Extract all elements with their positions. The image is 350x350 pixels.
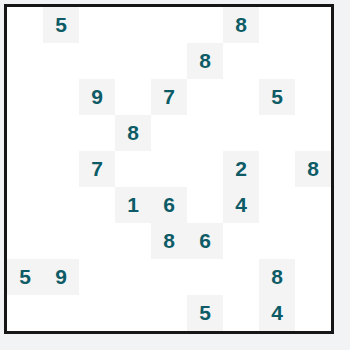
cell-r5c4[interactable]: [115, 151, 152, 188]
cell-r2c2[interactable]: [43, 43, 80, 80]
cell-r3c7[interactable]: [223, 79, 260, 118]
given-digit: 8: [199, 49, 211, 73]
cell-r3c8[interactable]: 5: [259, 79, 296, 118]
cell-r6c3[interactable]: [79, 187, 118, 226]
cell-r8c9[interactable]: [295, 259, 331, 296]
cell-r7c7[interactable]: [223, 223, 260, 260]
given-digit: 6: [163, 193, 175, 217]
cell-r5c5[interactable]: [151, 151, 188, 188]
cell-r5c9[interactable]: 8: [295, 151, 331, 188]
cell-r9c6[interactable]: 5: [187, 295, 226, 331]
given-digit: 2: [235, 157, 247, 181]
cell-r4c1[interactable]: [7, 115, 44, 152]
cell-r8c4[interactable]: [115, 259, 152, 296]
cell-r9c9[interactable]: [295, 295, 331, 331]
cell-r7c3[interactable]: [79, 223, 118, 260]
cell-r4c9[interactable]: [295, 115, 331, 152]
given-digit: 5: [271, 85, 283, 109]
cell-r4c6[interactable]: [187, 115, 226, 152]
given-digit: 9: [91, 85, 103, 109]
sudoku-page: 58897587281648659854: [0, 0, 350, 350]
cell-r1c2[interactable]: 5: [43, 7, 80, 44]
cell-r8c2[interactable]: 9: [43, 259, 80, 296]
cell-r9c2[interactable]: [43, 295, 80, 331]
cell-r3c9[interactable]: [295, 79, 331, 118]
cell-r3c5[interactable]: 7: [151, 79, 188, 118]
given-digit: 7: [163, 85, 175, 109]
cell-r2c8[interactable]: [259, 43, 296, 80]
cell-r6c2[interactable]: [43, 187, 80, 226]
cell-r7c5[interactable]: 8: [151, 223, 188, 260]
cell-r6c4[interactable]: 1: [115, 187, 152, 226]
cell-r4c4[interactable]: 8: [115, 115, 152, 152]
given-digit: 4: [235, 193, 247, 217]
cell-r3c1[interactable]: [7, 79, 44, 118]
cell-r8c6[interactable]: [187, 259, 226, 296]
cell-r8c5[interactable]: [151, 259, 188, 296]
cell-r9c7[interactable]: [223, 295, 260, 331]
cell-r5c7[interactable]: 2: [223, 151, 260, 188]
cell-r3c4[interactable]: [115, 79, 152, 118]
sudoku-board: 58897587281648659854: [4, 4, 334, 334]
cell-r1c1[interactable]: [7, 7, 44, 44]
cell-r1c5[interactable]: [151, 7, 188, 44]
cell-r8c7[interactable]: [223, 259, 260, 296]
cell-r5c2[interactable]: [43, 151, 80, 188]
cell-r9c8[interactable]: 4: [259, 295, 296, 331]
given-digit: 9: [55, 265, 67, 289]
cell-r8c1[interactable]: 5: [7, 259, 44, 296]
given-digit: 8: [307, 157, 319, 181]
cell-r4c3[interactable]: [79, 115, 118, 152]
given-digit: 8: [127, 121, 139, 145]
cell-r4c8[interactable]: [259, 115, 296, 152]
cell-r7c6[interactable]: 6: [187, 223, 226, 260]
given-digit: 5: [199, 301, 211, 325]
cell-r8c3[interactable]: [79, 259, 118, 296]
given-digit: 6: [199, 229, 211, 253]
cell-r2c3[interactable]: [79, 43, 118, 80]
cell-r2c9[interactable]: [295, 43, 331, 80]
cell-r9c3[interactable]: [79, 295, 118, 331]
cell-r2c6[interactable]: 8: [187, 43, 226, 80]
cell-r6c7[interactable]: 4: [223, 187, 260, 226]
cell-r9c5[interactable]: [151, 295, 188, 331]
cell-r1c6[interactable]: [187, 7, 226, 44]
given-digit: 1: [127, 193, 139, 217]
given-digit: 8: [271, 265, 283, 289]
cell-r4c5[interactable]: [151, 115, 188, 152]
cell-r9c1[interactable]: [7, 295, 44, 331]
cell-r1c9[interactable]: [295, 7, 331, 44]
cell-r7c2[interactable]: [43, 223, 80, 260]
cell-r4c2[interactable]: [43, 115, 80, 152]
cell-r6c1[interactable]: [7, 187, 44, 226]
cell-r6c6[interactable]: [187, 187, 226, 226]
cell-r1c7[interactable]: 8: [223, 7, 260, 44]
cell-r5c1[interactable]: [7, 151, 44, 188]
cell-r1c3[interactable]: [79, 7, 118, 44]
cell-r2c5[interactable]: [151, 43, 188, 80]
cell-r2c1[interactable]: [7, 43, 44, 80]
cell-r7c8[interactable]: [259, 223, 296, 260]
cell-r5c3[interactable]: 7: [79, 151, 118, 188]
cell-r2c7[interactable]: [223, 43, 260, 80]
given-digit: 4: [271, 301, 283, 325]
given-digit: 5: [55, 13, 67, 37]
cell-r7c9[interactable]: [295, 223, 331, 260]
cell-r5c6[interactable]: [187, 151, 226, 188]
cell-r7c4[interactable]: [115, 223, 152, 260]
cell-r6c8[interactable]: [259, 187, 296, 226]
cell-r1c4[interactable]: [115, 7, 152, 44]
cell-r6c5[interactable]: 6: [151, 187, 188, 226]
given-digit: 8: [235, 13, 247, 37]
given-digit: 7: [91, 157, 103, 181]
cell-r9c4[interactable]: [115, 295, 152, 331]
cell-r8c8[interactable]: 8: [259, 259, 296, 296]
cell-r5c8[interactable]: [259, 151, 296, 188]
cell-r1c8[interactable]: [259, 7, 296, 44]
cell-r6c9[interactable]: [295, 187, 331, 226]
cell-r3c6[interactable]: [187, 79, 226, 118]
given-digit: 8: [163, 229, 175, 253]
given-digit: 5: [19, 265, 31, 289]
cell-r3c2[interactable]: [43, 79, 80, 118]
cell-r3c3[interactable]: 9: [79, 79, 118, 118]
cell-r2c4[interactable]: [115, 43, 152, 80]
cell-r4c7[interactable]: [223, 115, 260, 152]
cell-r7c1[interactable]: [7, 223, 44, 260]
